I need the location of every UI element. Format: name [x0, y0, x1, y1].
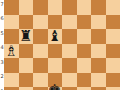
square-g3[interactable] [91, 58, 106, 73]
square-b2[interactable] [19, 73, 34, 88]
square-b4[interactable] [19, 44, 34, 59]
square-f2[interactable] [77, 73, 92, 88]
square-a4[interactable]: ♗ [4, 44, 19, 59]
square-h6[interactable] [106, 15, 121, 30]
square-e2[interactable] [62, 73, 77, 88]
square-e7[interactable] [62, 0, 77, 15]
square-h1[interactable] [106, 87, 121, 90]
piece-white-bishop-a4[interactable]: ♗ [4, 44, 19, 59]
square-e4[interactable] [62, 44, 77, 59]
square-a7[interactable] [4, 0, 19, 15]
piece-black-king-d1[interactable]: ♚ [48, 83, 63, 90]
chess-board: ♜♝♗♚ [4, 0, 120, 90]
piece-black-rook-b5[interactable]: ♜ [19, 29, 34, 44]
square-d4[interactable] [48, 44, 63, 59]
chess-board-window: 7654321 ♜♝♗♚ [0, 0, 120, 90]
square-f5[interactable] [77, 29, 92, 44]
square-f1[interactable] [77, 87, 92, 90]
square-b7[interactable] [19, 0, 34, 15]
square-e3[interactable] [62, 58, 77, 73]
square-g4[interactable] [91, 44, 106, 59]
square-g6[interactable] [91, 15, 106, 30]
square-h7[interactable] [106, 0, 121, 15]
square-d7[interactable] [48, 0, 63, 15]
square-a6[interactable] [4, 15, 19, 30]
rank-label-5: 5 [0, 31, 4, 36]
rank-label-3: 3 [0, 60, 4, 65]
square-g7[interactable] [91, 0, 106, 15]
square-c1[interactable] [33, 87, 48, 90]
square-b3[interactable] [19, 58, 34, 73]
square-c6[interactable] [33, 15, 48, 30]
square-c5[interactable] [33, 29, 48, 44]
square-c3[interactable] [33, 58, 48, 73]
square-d3[interactable] [48, 58, 63, 73]
square-d5[interactable]: ♝ [48, 29, 63, 44]
square-e5[interactable] [62, 29, 77, 44]
square-d1[interactable]: ♚ [48, 87, 63, 90]
rank-label-2: 2 [0, 74, 4, 79]
square-b5[interactable]: ♜ [19, 29, 34, 44]
square-a1[interactable] [4, 87, 19, 90]
square-e6[interactable] [62, 15, 77, 30]
rank-coordinates: 7654321 [0, 0, 4, 90]
square-f3[interactable] [77, 58, 92, 73]
square-e1[interactable] [62, 87, 77, 90]
square-g2[interactable] [91, 73, 106, 88]
square-c2[interactable] [33, 73, 48, 88]
square-f4[interactable] [77, 44, 92, 59]
rank-label-1: 1 [0, 89, 4, 91]
square-a2[interactable] [4, 73, 19, 88]
square-b1[interactable] [19, 87, 34, 90]
square-h5[interactable] [106, 29, 121, 44]
piece-black-bishop-d5[interactable]: ♝ [48, 29, 63, 44]
square-a3[interactable] [4, 58, 19, 73]
rank-label-7: 7 [0, 2, 4, 7]
square-f7[interactable] [77, 0, 92, 15]
square-g5[interactable] [91, 29, 106, 44]
square-h2[interactable] [106, 73, 121, 88]
rank-label-6: 6 [0, 16, 4, 21]
square-c4[interactable] [33, 44, 48, 59]
square-f6[interactable] [77, 15, 92, 30]
square-h4[interactable] [106, 44, 121, 59]
square-h3[interactable] [106, 58, 121, 73]
square-g1[interactable] [91, 87, 106, 90]
square-c7[interactable] [33, 0, 48, 15]
rank-label-4: 4 [0, 45, 4, 50]
